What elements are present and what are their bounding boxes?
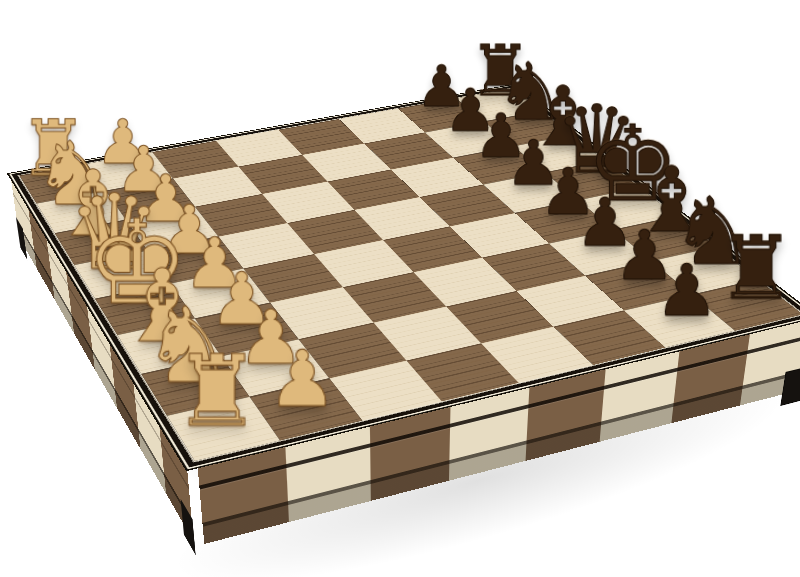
piece-black-rook[interactable]: ♜ (717, 225, 796, 313)
product-photo-stage: ♜♞♝♛♚♝♞♜♟♟♟♟♟♟♟♟♟♟♟♟♟♟♟♟♜♞♝♛♚♝♞♜ (0, 0, 800, 577)
piece-white-pawn[interactable]: ♟ (268, 340, 337, 418)
piece-white-rook[interactable]: ♜ (173, 343, 261, 442)
foot-right-corner (781, 366, 800, 405)
chess-chest: ♜♞♝♛♚♝♞♜♟♟♟♟♟♟♟♟♟♟♟♟♟♟♟♟♜♞♝♛♚♝♞♜ (11, 85, 800, 467)
square-d4[interactable] (287, 210, 383, 254)
foot-left-corner (16, 218, 27, 259)
foot-near-corner (181, 500, 195, 554)
piece-black-pawn[interactable]: ♟ (655, 255, 719, 326)
board-frame: ♜♞♝♛♚♝♞♜♟♟♟♟♟♟♟♟♟♟♟♟♟♟♟♟♜♞♝♛♚♝♞♜ (11, 85, 800, 467)
